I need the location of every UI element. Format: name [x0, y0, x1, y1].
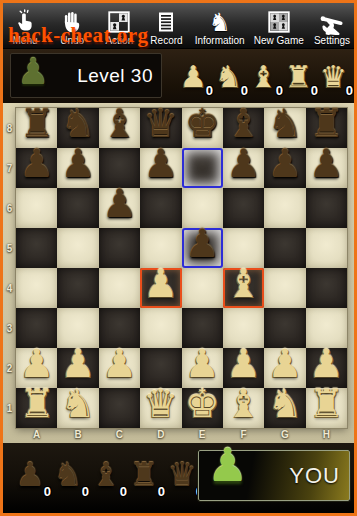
white-pawn-b2[interactable]: ♟	[61, 344, 96, 384]
player-label: YOU	[289, 463, 349, 489]
player-status-bar: ♟0♞0♝0♜0♛0 ♟ YOU	[3, 443, 354, 513]
white-pawn-f2[interactable]: ♟	[226, 344, 261, 384]
white-rook-a1[interactable]: ♜	[19, 384, 54, 424]
captured-white-rook-slot: ♜0	[281, 54, 316, 100]
white-queen-icon: ♛	[320, 60, 347, 94]
white-knight-icon: ♞	[215, 60, 242, 94]
record-button[interactable]: Record	[147, 5, 185, 47]
rank-label-2: 2	[3, 348, 16, 388]
black-bishop-icon: ♝	[91, 457, 121, 493]
document-lines-icon	[154, 8, 178, 35]
captured-black-knight-slot: ♞0	[49, 449, 87, 501]
white-rook-icon: ♜	[285, 60, 312, 94]
chess-app-screen: hack-cheat.org Menu Undo Action Record	[0, 0, 357, 516]
action-button[interactable]: Action	[100, 5, 138, 47]
black-pawn-a7[interactable]: ♟	[19, 144, 54, 184]
black-bishop-f8[interactable]: ♝	[226, 104, 261, 144]
square-h1[interactable]: ♜	[306, 388, 347, 428]
file-label-A: A	[16, 428, 57, 442]
black-knight-b8[interactable]: ♞	[61, 104, 96, 144]
white-pawn-c2[interactable]: ♟	[102, 344, 137, 384]
captured-white-queen-slot: ♛0	[316, 54, 351, 100]
black-queen-d8[interactable]: ♛	[143, 104, 178, 144]
file-label-H: H	[306, 428, 347, 442]
square-c5[interactable]	[99, 228, 140, 268]
rank-labels: 87654321	[3, 108, 16, 428]
black-pawn-g7[interactable]: ♟	[267, 144, 302, 184]
black-pawn-c6[interactable]: ♟	[102, 184, 137, 224]
square-e1[interactable]: ♚	[182, 388, 223, 428]
white-knight-g1[interactable]: ♞	[267, 384, 302, 424]
undo-button[interactable]: Undo	[53, 5, 91, 47]
tools-icon	[319, 8, 345, 35]
black-bishop-c8[interactable]: ♝	[102, 104, 137, 144]
open-hand-icon	[60, 8, 84, 35]
square-c6[interactable]: ♟	[99, 188, 140, 228]
black-pawn-icon: ♟	[15, 457, 45, 493]
square-e7[interactable]	[182, 148, 223, 188]
captured-black-bishop-slot: ♝0	[87, 449, 125, 501]
square-d3[interactable]	[140, 308, 181, 348]
square-b7[interactable]: ♟	[57, 148, 98, 188]
square-f6[interactable]	[223, 188, 264, 228]
file-labels: ABCDEFGH	[16, 428, 347, 442]
square-d6[interactable]	[140, 188, 181, 228]
chess-board: 87654321 ♜♞♝♛♚♝♞♜♟♟♟♟♟♟♟♟♟♝♟♟♟♟♟♟♟♜♞♛♚♝♞…	[3, 103, 354, 443]
square-c1[interactable]	[99, 388, 140, 428]
settings-label: Settings	[314, 35, 350, 47]
menu-label: Menu	[12, 35, 37, 47]
captured-black-rook-slot: ♜0	[125, 449, 163, 501]
undo-label: Undo	[60, 35, 84, 47]
menu-button[interactable]: Menu	[6, 5, 44, 47]
rank-label-5: 5	[3, 228, 16, 268]
white-knight-b1[interactable]: ♞	[61, 384, 96, 424]
square-a4[interactable]	[16, 268, 57, 308]
square-f7[interactable]: ♟	[223, 148, 264, 188]
square-g4[interactable]	[264, 268, 305, 308]
file-label-D: D	[140, 428, 181, 442]
player-green-pawn-icon: ♟	[207, 441, 248, 489]
level-box: ♟ Level 30	[10, 53, 162, 98]
white-pawn-e2[interactable]: ♟	[185, 344, 220, 384]
square-e5[interactable]: ♟	[182, 228, 223, 268]
black-pawn-h7[interactable]: ♟	[309, 144, 344, 184]
captured-white-pawn-slot: ♟0	[176, 54, 211, 100]
black-rook-icon: ♜	[129, 457, 159, 493]
square-g6[interactable]	[264, 188, 305, 228]
rank-label-8: 8	[3, 108, 16, 148]
file-label-G: G	[264, 428, 305, 442]
square-g7[interactable]: ♟	[264, 148, 305, 188]
captured-white-queen-count: 0	[346, 83, 353, 98]
board-squares: ♜♞♝♛♚♝♞♜♟♟♟♟♟♟♟♟♟♝♟♟♟♟♟♟♟♜♞♛♚♝♞♜	[16, 108, 347, 428]
rank-label-3: 3	[3, 308, 16, 348]
white-bishop-f4[interactable]: ♝	[226, 264, 261, 304]
information-button[interactable]: ♞ Information	[195, 5, 245, 47]
captured-black-tray: ♟0♞0♝0♜0♛0	[11, 449, 201, 501]
square-a5[interactable]	[16, 228, 57, 268]
square-d1[interactable]: ♛	[140, 388, 181, 428]
rank-label-1: 1	[3, 388, 16, 428]
square-e4[interactable]	[182, 268, 223, 308]
black-king-e8[interactable]: ♚	[185, 104, 220, 144]
square-h4[interactable]	[306, 268, 347, 308]
knight-icon: ♞	[208, 8, 230, 35]
new-game-button[interactable]: New Game	[254, 5, 304, 47]
white-pawn-a2[interactable]: ♟	[19, 344, 54, 384]
black-pawn-d7[interactable]: ♟	[143, 144, 178, 184]
white-king-e1[interactable]: ♚	[185, 384, 220, 424]
white-bishop-icon: ♝	[250, 60, 277, 94]
square-g1[interactable]: ♞	[264, 388, 305, 428]
square-b5[interactable]	[57, 228, 98, 268]
square-g5[interactable]	[264, 228, 305, 268]
opponent-green-pawn-icon: ♟	[17, 54, 49, 90]
square-h6[interactable]	[306, 188, 347, 228]
white-rook-h1[interactable]: ♜	[309, 384, 344, 424]
mini-board-4-pieces-icon	[266, 8, 292, 35]
file-label-C: C	[99, 428, 140, 442]
mini-board-2-pieces-icon	[106, 8, 132, 35]
black-rook-h8[interactable]: ♜	[309, 104, 344, 144]
white-queen-d1[interactable]: ♛	[143, 384, 178, 424]
opponent-status-bar: ♟ Level 30 ♟0♞0♝0♜0♛0	[3, 49, 354, 103]
black-rook-a8[interactable]: ♜	[19, 104, 54, 144]
level-label: Level 30	[49, 65, 161, 87]
white-pawn-d4[interactable]: ♟	[143, 264, 178, 304]
square-h5[interactable]	[306, 228, 347, 268]
black-pawn-e5[interactable]: ♟	[185, 224, 220, 264]
square-d7[interactable]: ♟	[140, 148, 181, 188]
captured-black-queen-slot: ♛0	[163, 449, 201, 501]
white-bishop-f1[interactable]: ♝	[226, 384, 261, 424]
square-e8[interactable]: ♚	[182, 108, 223, 148]
captured-black-pawn-slot: ♟0	[11, 449, 49, 501]
white-pawn-icon: ♟	[180, 60, 207, 94]
rank-label-7: 7	[3, 148, 16, 188]
captured-white-knight-slot: ♞0	[211, 54, 246, 100]
captured-white-tray: ♟0♞0♝0♜0♛0	[176, 54, 351, 100]
square-f1[interactable]: ♝	[223, 388, 264, 428]
black-knight-icon: ♞	[53, 457, 83, 493]
white-pawn-h2[interactable]: ♟	[309, 344, 344, 384]
white-pawn-g2[interactable]: ♟	[267, 344, 302, 384]
file-label-B: B	[57, 428, 98, 442]
black-knight-g8[interactable]: ♞	[267, 104, 302, 144]
rank-label-4: 4	[3, 268, 16, 308]
toolbar: Menu Undo Action Record ♞ Information	[3, 3, 354, 49]
player-panel: ♟ YOU	[198, 450, 350, 501]
square-c2[interactable]: ♟	[99, 348, 140, 388]
captured-white-bishop-slot: ♝0	[246, 54, 281, 100]
square-a1[interactable]: ♜	[16, 388, 57, 428]
square-b6[interactable]	[57, 188, 98, 228]
action-label: Action	[105, 35, 133, 47]
square-f4[interactable]: ♝	[223, 268, 264, 308]
settings-button[interactable]: Settings	[313, 5, 351, 47]
square-b4[interactable]	[57, 268, 98, 308]
square-h7[interactable]: ♟	[306, 148, 347, 188]
square-a7[interactable]: ♟	[16, 148, 57, 188]
square-a6[interactable]	[16, 188, 57, 228]
black-pawn-b7[interactable]: ♟	[61, 144, 96, 184]
square-d4[interactable]: ♟	[140, 268, 181, 308]
square-c4[interactable]	[99, 268, 140, 308]
black-queen-icon: ♛	[167, 457, 197, 493]
square-b1[interactable]: ♞	[57, 388, 98, 428]
black-pawn-f7[interactable]: ♟	[226, 144, 261, 184]
square-c8[interactable]: ♝	[99, 108, 140, 148]
new-game-label: New Game	[254, 35, 304, 47]
record-label: Record	[150, 35, 182, 47]
hand-pointer-icon	[13, 8, 37, 35]
rank-label-6: 6	[3, 188, 16, 228]
information-label: Information	[195, 35, 245, 47]
